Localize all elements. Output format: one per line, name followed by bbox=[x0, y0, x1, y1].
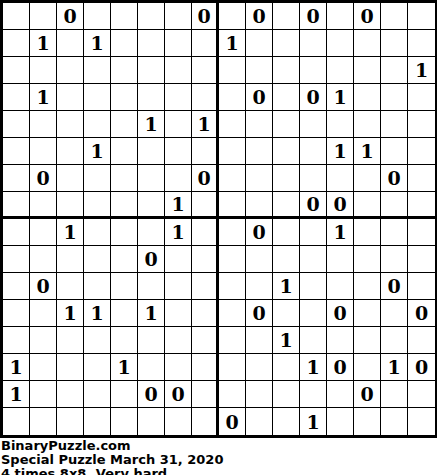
cell-r9c11[interactable] bbox=[273, 219, 300, 246]
cell-r9c10-given: 0 bbox=[246, 219, 273, 246]
cell-r1c7[interactable] bbox=[165, 3, 192, 30]
cell-r12c8[interactable] bbox=[192, 300, 219, 327]
cell-r1c11[interactable] bbox=[273, 3, 300, 30]
cell-r16c3[interactable] bbox=[57, 408, 84, 435]
cell-r10c9[interactable] bbox=[219, 246, 246, 273]
cell-r8c1[interactable] bbox=[3, 192, 30, 219]
cell-r12c14[interactable] bbox=[354, 300, 381, 327]
cell-r4c4[interactable] bbox=[84, 84, 111, 111]
cell-r4c10-given: 0 bbox=[246, 84, 273, 111]
cell-r5c2[interactable] bbox=[30, 111, 57, 138]
cell-r14c1-given: 1 bbox=[3, 354, 30, 381]
cell-r10c6-given: 0 bbox=[138, 246, 165, 273]
cell-r15c5[interactable] bbox=[111, 381, 138, 408]
cell-r16c13[interactable] bbox=[327, 408, 354, 435]
cell-r10c15[interactable] bbox=[381, 246, 408, 273]
cell-r6c3[interactable] bbox=[57, 138, 84, 165]
cell-r7c2-given: 0 bbox=[30, 165, 57, 192]
cell-r8c14[interactable] bbox=[354, 192, 381, 219]
cell-r4c5[interactable] bbox=[111, 84, 138, 111]
cell-r2c13[interactable] bbox=[327, 30, 354, 57]
cell-r15c4[interactable] bbox=[84, 381, 111, 408]
cell-r2c6[interactable] bbox=[138, 30, 165, 57]
cell-r8c16[interactable] bbox=[408, 192, 435, 219]
cell-r5c14[interactable] bbox=[354, 111, 381, 138]
cell-r2c16[interactable] bbox=[408, 30, 435, 57]
cell-r5c9[interactable] bbox=[219, 111, 246, 138]
cell-r15c16[interactable] bbox=[408, 381, 435, 408]
cell-r1c12-given: 0 bbox=[300, 3, 327, 30]
cell-r6c16[interactable] bbox=[408, 138, 435, 165]
cell-r12c15[interactable] bbox=[381, 300, 408, 327]
cell-r10c3[interactable] bbox=[57, 246, 84, 273]
cell-r1c6[interactable] bbox=[138, 3, 165, 30]
cell-r6c10[interactable] bbox=[246, 138, 273, 165]
cell-r4c8[interactable] bbox=[192, 84, 219, 111]
cell-r6c1[interactable] bbox=[3, 138, 30, 165]
cell-r7c12[interactable] bbox=[300, 165, 327, 192]
cell-r10c5[interactable] bbox=[111, 246, 138, 273]
cell-r3c8[interactable] bbox=[192, 57, 219, 84]
cell-r15c6-given: 0 bbox=[138, 381, 165, 408]
cell-r15c3[interactable] bbox=[57, 381, 84, 408]
cell-r13c13[interactable] bbox=[327, 327, 354, 354]
cell-r14c3[interactable] bbox=[57, 354, 84, 381]
cell-r12c3-given: 1 bbox=[57, 300, 84, 327]
cell-r11c15-given: 0 bbox=[381, 273, 408, 300]
cell-r16c1[interactable] bbox=[3, 408, 30, 435]
cell-r12c13-given: 0 bbox=[327, 300, 354, 327]
cell-r8c8[interactable] bbox=[192, 192, 219, 219]
cell-r3c5[interactable] bbox=[111, 57, 138, 84]
cell-r13c14[interactable] bbox=[354, 327, 381, 354]
cell-r12c5[interactable] bbox=[111, 300, 138, 327]
cell-r9c3-given: 1 bbox=[57, 219, 84, 246]
cell-r15c13[interactable] bbox=[327, 381, 354, 408]
cell-r11c5[interactable] bbox=[111, 273, 138, 300]
cell-r12c2[interactable] bbox=[30, 300, 57, 327]
cell-r8c12-given: 0 bbox=[300, 192, 327, 219]
cell-r10c12[interactable] bbox=[300, 246, 327, 273]
cell-r2c14[interactable] bbox=[354, 30, 381, 57]
cell-r3c4[interactable] bbox=[84, 57, 111, 84]
cell-r1c2[interactable] bbox=[30, 3, 57, 30]
cell-r8c4[interactable] bbox=[84, 192, 111, 219]
cell-r6c14-given: 1 bbox=[354, 138, 381, 165]
puzzle-difficulty: 4 times 8x8, Very hard bbox=[1, 467, 437, 475]
cell-r13c11-given: 1 bbox=[273, 327, 300, 354]
cell-r7c3[interactable] bbox=[57, 165, 84, 192]
cell-r13c7[interactable] bbox=[165, 327, 192, 354]
cell-r15c8[interactable] bbox=[192, 381, 219, 408]
cell-r15c7-given: 0 bbox=[165, 381, 192, 408]
cell-r4c2-given: 1 bbox=[30, 84, 57, 111]
cell-r5c4[interactable] bbox=[84, 111, 111, 138]
cell-r6c12[interactable] bbox=[300, 138, 327, 165]
cell-r16c9-given: 0 bbox=[219, 408, 246, 435]
cell-r1c9[interactable] bbox=[219, 3, 246, 30]
cell-r14c12-given: 1 bbox=[300, 354, 327, 381]
cell-r14c10[interactable] bbox=[246, 354, 273, 381]
cell-r11c14[interactable] bbox=[354, 273, 381, 300]
cell-r8c13-given: 0 bbox=[327, 192, 354, 219]
cell-r9c14[interactable] bbox=[354, 219, 381, 246]
cell-r14c2[interactable] bbox=[30, 354, 57, 381]
cell-r15c9[interactable] bbox=[219, 381, 246, 408]
cell-r13c15[interactable] bbox=[381, 327, 408, 354]
cell-r7c14[interactable] bbox=[354, 165, 381, 192]
cell-r8c2[interactable] bbox=[30, 192, 57, 219]
cell-r5c16[interactable] bbox=[408, 111, 435, 138]
cell-r14c16-given: 0 bbox=[408, 354, 435, 381]
cell-r1c4[interactable] bbox=[84, 3, 111, 30]
site-name: BinaryPuzzle.com bbox=[1, 439, 437, 453]
cell-r2c3[interactable] bbox=[57, 30, 84, 57]
cell-r1c8-given: 0 bbox=[192, 3, 219, 30]
cell-r8c6[interactable] bbox=[138, 192, 165, 219]
cell-r8c5[interactable] bbox=[111, 192, 138, 219]
cell-r13c16[interactable] bbox=[408, 327, 435, 354]
cell-r5c10[interactable] bbox=[246, 111, 273, 138]
cell-r2c11[interactable] bbox=[273, 30, 300, 57]
cell-r7c10[interactable] bbox=[246, 165, 273, 192]
cell-r5c7[interactable] bbox=[165, 111, 192, 138]
cell-r9c16[interactable] bbox=[408, 219, 435, 246]
cell-r5c5[interactable] bbox=[111, 111, 138, 138]
cell-r12c12[interactable] bbox=[300, 300, 327, 327]
cell-r14c5-given: 1 bbox=[111, 354, 138, 381]
cell-r10c16[interactable] bbox=[408, 246, 435, 273]
cell-r16c14[interactable] bbox=[354, 408, 381, 435]
cell-r1c15[interactable] bbox=[381, 3, 408, 30]
cell-r10c2[interactable] bbox=[30, 246, 57, 273]
cell-r16c8[interactable] bbox=[192, 408, 219, 435]
cell-r13c4[interactable] bbox=[84, 327, 111, 354]
cell-r10c10[interactable] bbox=[246, 246, 273, 273]
cell-r1c10-given: 0 bbox=[246, 3, 273, 30]
cell-r14c4[interactable] bbox=[84, 354, 111, 381]
cell-r9c8[interactable] bbox=[192, 219, 219, 246]
cell-r6c11[interactable] bbox=[273, 138, 300, 165]
cell-r11c8[interactable] bbox=[192, 273, 219, 300]
cell-r13c5[interactable] bbox=[111, 327, 138, 354]
cell-r10c1[interactable] bbox=[3, 246, 30, 273]
cell-r7c11[interactable] bbox=[273, 165, 300, 192]
cell-r7c7[interactable] bbox=[165, 165, 192, 192]
cell-r15c10[interactable] bbox=[246, 381, 273, 408]
cell-r7c9[interactable] bbox=[219, 165, 246, 192]
cell-r4c9[interactable] bbox=[219, 84, 246, 111]
cell-r2c9-given: 1 bbox=[219, 30, 246, 57]
cell-r1c13[interactable] bbox=[327, 3, 354, 30]
cell-r8c7-given: 1 bbox=[165, 192, 192, 219]
cell-r6c13-given: 1 bbox=[327, 138, 354, 165]
cell-r11c2-given: 0 bbox=[30, 273, 57, 300]
cell-r5c8-given: 1 bbox=[192, 111, 219, 138]
cell-r14c15-given: 1 bbox=[381, 354, 408, 381]
cell-r1c5[interactable] bbox=[111, 3, 138, 30]
cell-r12c1[interactable] bbox=[3, 300, 30, 327]
cell-r11c6[interactable] bbox=[138, 273, 165, 300]
cell-r2c15[interactable] bbox=[381, 30, 408, 57]
cell-r14c6[interactable] bbox=[138, 354, 165, 381]
cell-r6c15[interactable] bbox=[381, 138, 408, 165]
cell-r7c1[interactable] bbox=[3, 165, 30, 192]
cell-r13c10[interactable] bbox=[246, 327, 273, 354]
cell-r16c6[interactable] bbox=[138, 408, 165, 435]
cell-r4c3[interactable] bbox=[57, 84, 84, 111]
cell-r15c11[interactable] bbox=[273, 381, 300, 408]
cell-r14c8[interactable] bbox=[192, 354, 219, 381]
cell-r15c1-given: 1 bbox=[3, 381, 30, 408]
puzzle-caption: BinaryPuzzle.com Special Puzzle March 31… bbox=[0, 438, 437, 475]
cell-r2c7[interactable] bbox=[165, 30, 192, 57]
cell-r15c12[interactable] bbox=[300, 381, 327, 408]
cell-r10c7[interactable] bbox=[165, 246, 192, 273]
cell-r7c6[interactable] bbox=[138, 165, 165, 192]
binary-puzzle-board: 0000011111001111110001001101001011100011… bbox=[0, 0, 437, 438]
cell-r11c3[interactable] bbox=[57, 273, 84, 300]
cell-r11c4[interactable] bbox=[84, 273, 111, 300]
cell-r4c14[interactable] bbox=[354, 84, 381, 111]
cell-r3c2[interactable] bbox=[30, 57, 57, 84]
cell-r13c8[interactable] bbox=[192, 327, 219, 354]
cell-r5c15[interactable] bbox=[381, 111, 408, 138]
cell-r3c3[interactable] bbox=[57, 57, 84, 84]
cell-r15c14-given: 0 bbox=[354, 381, 381, 408]
cell-r4c7[interactable] bbox=[165, 84, 192, 111]
cell-r11c9[interactable] bbox=[219, 273, 246, 300]
cell-r9c2[interactable] bbox=[30, 219, 57, 246]
cell-r6c9[interactable] bbox=[219, 138, 246, 165]
cell-r12c16-given: 0 bbox=[408, 300, 435, 327]
cell-r12c6-given: 1 bbox=[138, 300, 165, 327]
cell-r4c16[interactable] bbox=[408, 84, 435, 111]
cell-r9c5[interactable] bbox=[111, 219, 138, 246]
cell-r5c3[interactable] bbox=[57, 111, 84, 138]
cell-r16c2[interactable] bbox=[30, 408, 57, 435]
cell-r3c10[interactable] bbox=[246, 57, 273, 84]
cell-r9c7-given: 1 bbox=[165, 219, 192, 246]
cell-r9c13-given: 1 bbox=[327, 219, 354, 246]
cell-r11c11-given: 1 bbox=[273, 273, 300, 300]
cell-r13c12[interactable] bbox=[300, 327, 327, 354]
cell-r4c6[interactable] bbox=[138, 84, 165, 111]
cell-r14c9[interactable] bbox=[219, 354, 246, 381]
cell-r8c11[interactable] bbox=[273, 192, 300, 219]
cell-r16c15[interactable] bbox=[381, 408, 408, 435]
puzzle-subtitle: Special Puzzle March 31, 2020 bbox=[1, 453, 437, 467]
cell-r9c9[interactable] bbox=[219, 219, 246, 246]
cell-r16c12-given: 1 bbox=[300, 408, 327, 435]
cell-r2c12[interactable] bbox=[300, 30, 327, 57]
cell-r12c10-given: 0 bbox=[246, 300, 273, 327]
cell-r16c5[interactable] bbox=[111, 408, 138, 435]
cell-r8c9[interactable] bbox=[219, 192, 246, 219]
cell-r15c2[interactable] bbox=[30, 381, 57, 408]
cell-r16c10[interactable] bbox=[246, 408, 273, 435]
cell-r15c15[interactable] bbox=[381, 381, 408, 408]
cell-r2c8[interactable] bbox=[192, 30, 219, 57]
cell-r3c1[interactable] bbox=[3, 57, 30, 84]
cell-r4c1[interactable] bbox=[3, 84, 30, 111]
cell-r1c3-given: 0 bbox=[57, 3, 84, 30]
cell-r4c12-given: 0 bbox=[300, 84, 327, 111]
cell-r9c6[interactable] bbox=[138, 219, 165, 246]
cell-r4c11[interactable] bbox=[273, 84, 300, 111]
cell-r14c13-given: 0 bbox=[327, 354, 354, 381]
cell-r7c4[interactable] bbox=[84, 165, 111, 192]
cell-r14c14[interactable] bbox=[354, 354, 381, 381]
cell-r16c7[interactable] bbox=[165, 408, 192, 435]
cell-r5c11[interactable] bbox=[273, 111, 300, 138]
cell-r9c1[interactable] bbox=[3, 219, 30, 246]
cell-r12c11[interactable] bbox=[273, 300, 300, 327]
cell-r3c12[interactable] bbox=[300, 57, 327, 84]
cell-r10c11[interactable] bbox=[273, 246, 300, 273]
cell-r3c11[interactable] bbox=[273, 57, 300, 84]
cell-r7c5[interactable] bbox=[111, 165, 138, 192]
cell-r12c7[interactable] bbox=[165, 300, 192, 327]
cell-r6c5[interactable] bbox=[111, 138, 138, 165]
cell-r8c3[interactable] bbox=[57, 192, 84, 219]
cell-r16c11[interactable] bbox=[273, 408, 300, 435]
cell-r5c6-given: 1 bbox=[138, 111, 165, 138]
cell-r3c14[interactable] bbox=[354, 57, 381, 84]
cell-r11c16[interactable] bbox=[408, 273, 435, 300]
cell-r9c4[interactable] bbox=[84, 219, 111, 246]
cell-r2c10[interactable] bbox=[246, 30, 273, 57]
cell-r1c16[interactable] bbox=[408, 3, 435, 30]
cell-r5c1[interactable] bbox=[3, 111, 30, 138]
cell-r4c15[interactable] bbox=[381, 84, 408, 111]
cell-r16c16[interactable] bbox=[408, 408, 435, 435]
cell-r13c6[interactable] bbox=[138, 327, 165, 354]
cell-r3c15[interactable] bbox=[381, 57, 408, 84]
cell-r2c2-given: 1 bbox=[30, 30, 57, 57]
cell-r7c16[interactable] bbox=[408, 165, 435, 192]
cell-r6c8[interactable] bbox=[192, 138, 219, 165]
cell-r6c4-given: 1 bbox=[84, 138, 111, 165]
cell-r11c13[interactable] bbox=[327, 273, 354, 300]
cell-r11c7[interactable] bbox=[165, 273, 192, 300]
cell-r2c4-given: 1 bbox=[84, 30, 111, 57]
cell-r3c16-given: 1 bbox=[408, 57, 435, 84]
cell-r8c10[interactable] bbox=[246, 192, 273, 219]
cell-r10c8[interactable] bbox=[192, 246, 219, 273]
cell-r13c9[interactable] bbox=[219, 327, 246, 354]
cell-r7c8-given: 0 bbox=[192, 165, 219, 192]
cell-r13c2[interactable] bbox=[30, 327, 57, 354]
cell-r5c12[interactable] bbox=[300, 111, 327, 138]
cell-r14c11[interactable] bbox=[273, 354, 300, 381]
cell-r9c12[interactable] bbox=[300, 219, 327, 246]
cell-r9c15[interactable] bbox=[381, 219, 408, 246]
cell-r13c3[interactable] bbox=[57, 327, 84, 354]
cell-r3c6[interactable] bbox=[138, 57, 165, 84]
cell-r8c15[interactable] bbox=[381, 192, 408, 219]
cell-r6c2[interactable] bbox=[30, 138, 57, 165]
cell-r6c7[interactable] bbox=[165, 138, 192, 165]
cell-r12c9[interactable] bbox=[219, 300, 246, 327]
cell-r1c1[interactable] bbox=[3, 3, 30, 30]
cell-r6c6[interactable] bbox=[138, 138, 165, 165]
cell-r13c1[interactable] bbox=[3, 327, 30, 354]
cell-r3c9[interactable] bbox=[219, 57, 246, 84]
cell-r4c13-given: 1 bbox=[327, 84, 354, 111]
cell-r2c1[interactable] bbox=[3, 30, 30, 57]
cell-r11c12[interactable] bbox=[300, 273, 327, 300]
cell-r7c13[interactable] bbox=[327, 165, 354, 192]
cell-r16c4[interactable] bbox=[84, 408, 111, 435]
cell-r12c4-given: 1 bbox=[84, 300, 111, 327]
cell-r11c1[interactable] bbox=[3, 273, 30, 300]
cell-r10c14[interactable] bbox=[354, 246, 381, 273]
cell-r7c15-given: 0 bbox=[381, 165, 408, 192]
cell-r3c13[interactable] bbox=[327, 57, 354, 84]
cell-r5c13[interactable] bbox=[327, 111, 354, 138]
cell-r1c14-given: 0 bbox=[354, 3, 381, 30]
cell-r11c10[interactable] bbox=[246, 273, 273, 300]
cell-r14c7[interactable] bbox=[165, 354, 192, 381]
cell-r2c5[interactable] bbox=[111, 30, 138, 57]
cell-r10c13[interactable] bbox=[327, 246, 354, 273]
cell-r10c4[interactable] bbox=[84, 246, 111, 273]
cell-r3c7[interactable] bbox=[165, 57, 192, 84]
